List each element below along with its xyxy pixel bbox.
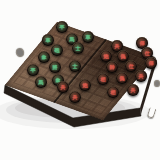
piece-green[interactable]: 馬 <box>35 76 47 88</box>
piece-character: 炮 <box>79 79 91 91</box>
metal-ring-right <box>154 80 160 87</box>
piece-character: 馬 <box>35 76 47 88</box>
piece-character: 傌 <box>116 72 128 84</box>
piece-character: 兵 <box>57 81 69 93</box>
piece-green[interactable]: 車 <box>42 34 54 46</box>
piece-red[interactable]: 兵 <box>57 81 69 93</box>
piece-red[interactable]: 相 <box>107 86 119 98</box>
piece-red[interactable]: 兵 <box>135 70 147 82</box>
piece-green[interactable]: 士 <box>69 60 81 72</box>
piece-character: 兵 <box>127 84 139 96</box>
piece-character: 俥 <box>145 57 157 69</box>
piece-character: 卒 <box>56 21 68 33</box>
piece-green[interactable]: 卒 <box>56 21 68 33</box>
piece-character: 仕 <box>125 60 137 72</box>
piece-green[interactable]: 將 <box>49 61 61 73</box>
piece-green[interactable]: 象 <box>38 51 50 63</box>
piece-character: 卒 <box>27 64 39 76</box>
piece-character: 帥 <box>106 61 118 73</box>
piece-green[interactable]: 士 <box>72 42 84 54</box>
piece-red[interactable]: 仕 <box>125 60 137 72</box>
piece-character: 將 <box>49 61 61 73</box>
piece-red[interactable]: 兵 <box>69 91 81 103</box>
piece-character: 車 <box>82 31 94 43</box>
piece-character: 車 <box>42 34 54 46</box>
piece-red[interactable]: 帥 <box>106 61 118 73</box>
piece-red[interactable]: 兵 <box>127 84 139 96</box>
piece-green[interactable]: 車 <box>82 31 94 43</box>
piece-green[interactable]: 砲 <box>51 44 63 56</box>
piece-red[interactable]: 相 <box>97 73 109 85</box>
piece-red[interactable]: 俥 <box>145 57 157 69</box>
piece-character: 士 <box>69 60 81 72</box>
piece-character: 相 <box>107 86 119 98</box>
piece-character: 象 <box>38 51 50 63</box>
piece-red[interactable]: 傌 <box>116 72 128 84</box>
piece-red[interactable]: 炮 <box>79 79 91 91</box>
piece-character: 兵 <box>69 91 81 103</box>
piece-character: 相 <box>97 73 109 85</box>
piece-character: 砲 <box>51 44 63 56</box>
piece-character: 士 <box>72 42 84 54</box>
piece-green[interactable]: 卒 <box>27 64 39 76</box>
xiangqi-set-photo: 卒車馬車砲士象卒將士馬象兵俥炮傌仕帥仕俥相傌兵兵炮相兵兵 <box>0 0 160 160</box>
piece-character: 兵 <box>135 70 147 82</box>
